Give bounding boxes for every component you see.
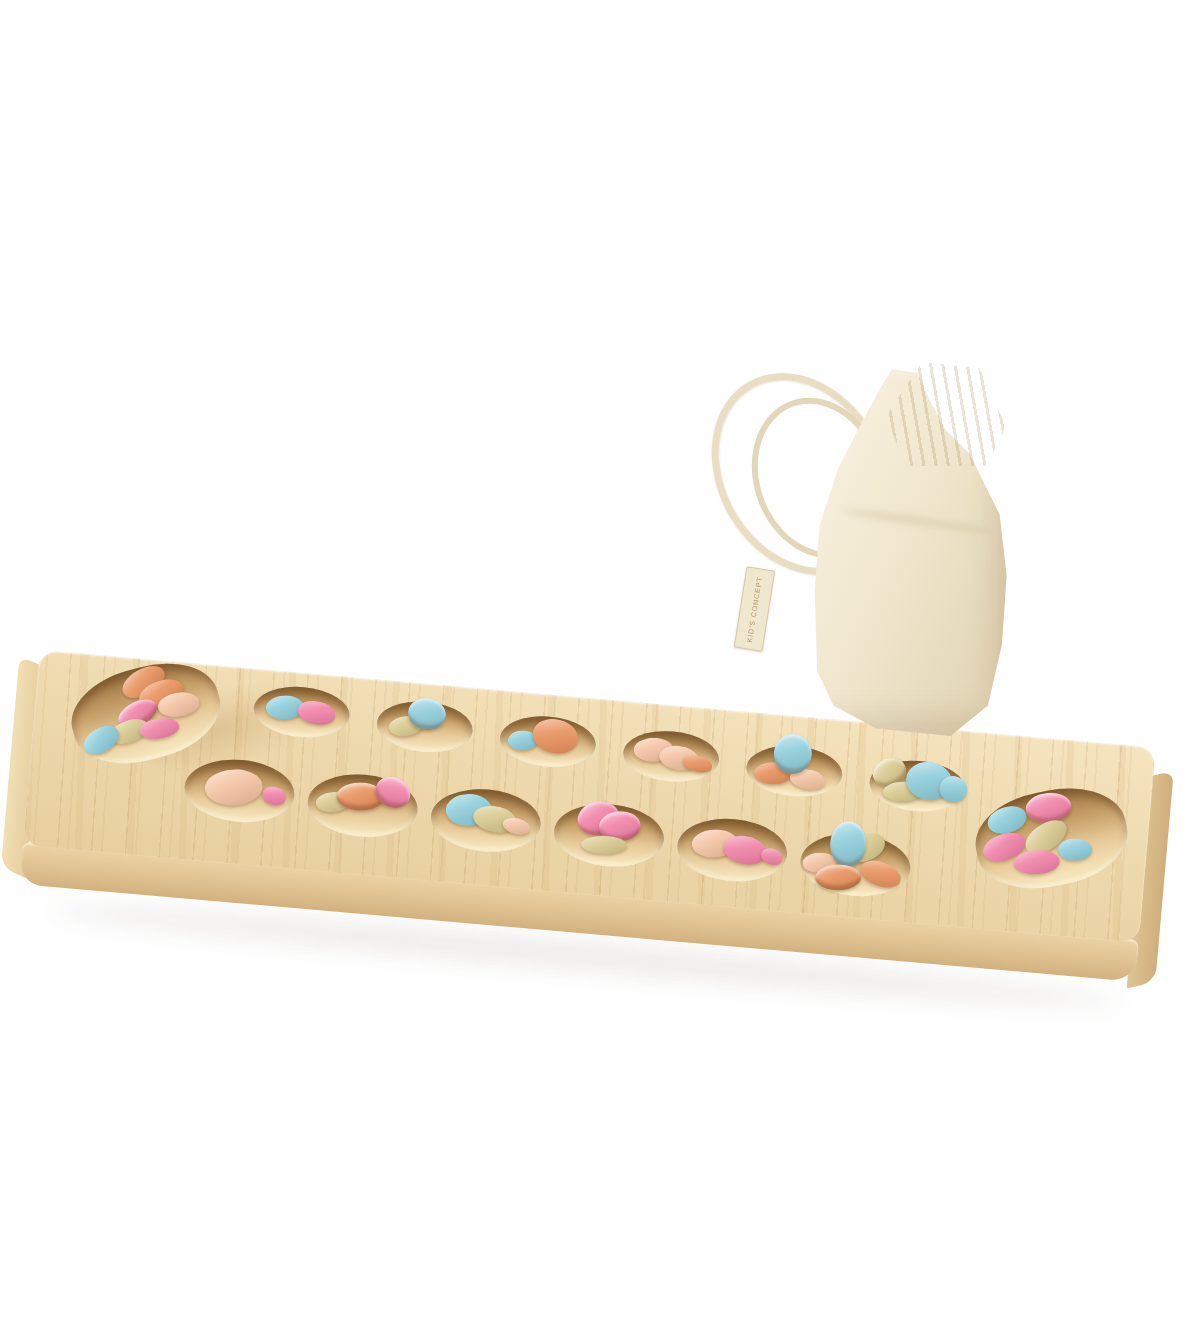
pit-b5[interactable]: [744, 742, 844, 800]
stone-pink: [1013, 849, 1060, 875]
stone-pink: [1024, 791, 1072, 825]
stone-peach: [501, 815, 532, 838]
pit-a4[interactable]: [552, 800, 667, 871]
pit-a2[interactable]: [305, 770, 420, 841]
store-right: [968, 777, 1135, 899]
stone-teal: [1058, 838, 1092, 861]
stone-pink: [370, 771, 415, 813]
pit-a6[interactable]: [798, 829, 913, 900]
stone-pink: [260, 784, 288, 808]
pit-b4[interactable]: [621, 727, 721, 785]
pit-a1[interactable]: [182, 755, 297, 826]
stone-orange: [681, 752, 714, 775]
bag-label: KID'S CONCEPT: [734, 566, 775, 652]
pit-b1[interactable]: [252, 683, 352, 741]
stone-orange: [529, 715, 581, 758]
pit-b3[interactable]: [498, 713, 598, 771]
stone-peach: [204, 768, 264, 807]
stone-khaki: [581, 836, 627, 855]
store-left: [62, 650, 231, 778]
pit-a3[interactable]: [428, 785, 543, 856]
stone-pink: [296, 698, 338, 728]
pit-b2[interactable]: [375, 698, 475, 756]
pit-a5[interactable]: [675, 814, 790, 885]
storage-bag: KID'S CONCEPT: [690, 340, 1020, 740]
stone-pink: [759, 845, 785, 867]
pit-b6[interactable]: [867, 757, 967, 815]
bag-label-text: KID'S CONCEPT: [746, 575, 763, 642]
stone-orange: [815, 864, 861, 891]
